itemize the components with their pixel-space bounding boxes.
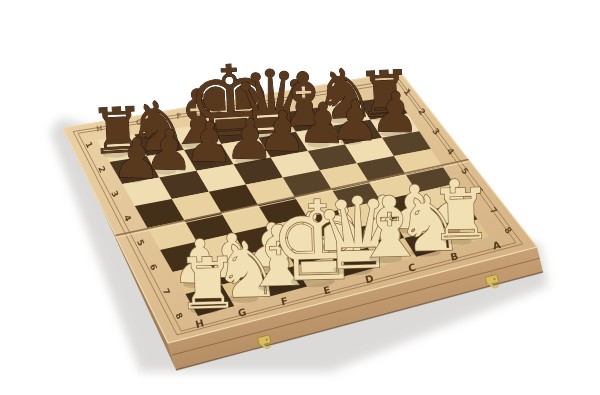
scene-svg: HGFEDCBAHGFEDCBA1234567812345678♜♞♝♚♛♝♞♜… (0, 0, 600, 395)
piece-white-rook-a8: ♜ (429, 173, 494, 257)
piece-black-pawn-a2: ♟ (370, 80, 421, 145)
chess-set-photo: HGFEDCBAHGFEDCBA1234567812345678♜♞♝♚♛♝♞♜… (0, 0, 600, 395)
